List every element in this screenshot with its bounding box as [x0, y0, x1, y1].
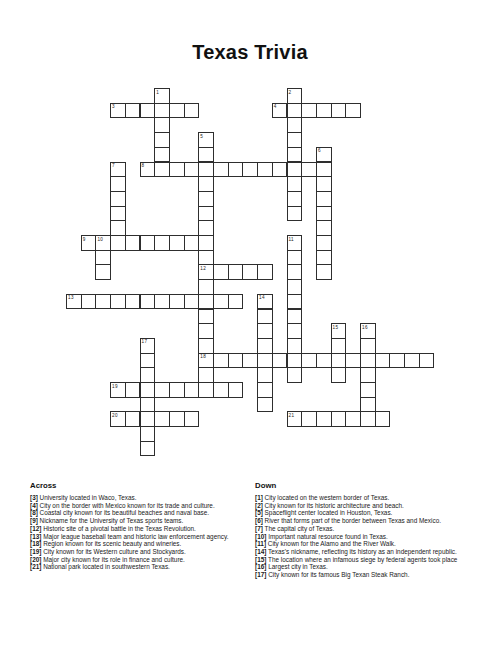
grid-cell[interactable]: 19 [110, 382, 126, 398]
grid-cell[interactable] [110, 191, 126, 207]
grid-cell[interactable] [287, 367, 303, 383]
down-clue-list: [1] City located on the western border o… [255, 494, 470, 579]
across-heading: Across [30, 482, 243, 490]
grid-cell[interactable] [198, 279, 214, 295]
grid-cell[interactable] [316, 176, 332, 192]
grid-cell[interactable] [345, 411, 361, 427]
grid-cell[interactable] [169, 103, 185, 119]
grid-cell[interactable] [154, 411, 170, 427]
grid-cell[interactable] [301, 162, 317, 178]
grid-cell[interactable]: 12 [198, 264, 214, 280]
clue-number: [15] [255, 556, 266, 563]
across-clues-section: Across [3] University located in Waco, T… [30, 482, 243, 571]
cell-number: 11 [289, 237, 295, 242]
grid-cell[interactable] [154, 132, 170, 148]
grid-cell[interactable] [198, 162, 214, 178]
grid-cell[interactable] [316, 103, 332, 119]
grid-cell[interactable] [360, 353, 376, 369]
grid-cell[interactable]: 7 [110, 162, 126, 178]
clue-number: [10] [255, 533, 266, 540]
clue: [10] Important natural resource found in… [255, 533, 470, 541]
grid-cell[interactable] [360, 382, 376, 398]
grid-cell[interactable] [198, 176, 214, 192]
grid-cell[interactable] [287, 103, 303, 119]
grid-cell[interactable] [301, 353, 317, 369]
grid-cell[interactable] [316, 162, 332, 178]
grid-cell[interactable] [213, 353, 229, 369]
clue: [21] National park located in southweste… [30, 563, 243, 571]
clue: [4] City on the border with Mexico known… [30, 502, 243, 510]
cell-number: 8 [142, 163, 145, 168]
grid-cell[interactable]: 10 [95, 235, 111, 251]
grid-cell[interactable] [154, 103, 170, 119]
grid-cell[interactable] [287, 132, 303, 148]
grid-cell[interactable] [154, 162, 170, 178]
grid-cell[interactable] [125, 294, 141, 310]
grid-cell[interactable]: 5 [198, 132, 214, 148]
clue: [8] Coastal city known for its beautiful… [30, 509, 243, 517]
cell-number: 21 [289, 413, 295, 418]
grid-cell[interactable] [287, 206, 303, 222]
grid-cell[interactable] [331, 338, 347, 354]
clue: [3] University located in Waco, Texas. [30, 494, 243, 502]
across-clue-list: [3] University located in Waco, Texas.[4… [30, 494, 243, 571]
grid-cell[interactable] [389, 353, 405, 369]
clue: [5] Spaceflight center located in Housto… [255, 509, 470, 517]
grid-cell[interactable] [375, 353, 391, 369]
grid-cell[interactable] [95, 250, 111, 266]
grid-cell[interactable] [125, 411, 141, 427]
clue-number: [14] [255, 548, 266, 555]
grid-cell[interactable] [198, 338, 214, 354]
grid-cell[interactable]: 18 [198, 353, 214, 369]
grid-cell[interactable] [287, 309, 303, 325]
grid-cell[interactable]: 6 [316, 147, 332, 163]
clue-number: [1] [255, 494, 263, 501]
grid-cell[interactable]: 4 [272, 103, 288, 119]
grid-cell[interactable] [257, 338, 273, 354]
grid-cell[interactable] [198, 220, 214, 236]
grid-cell[interactable] [169, 162, 185, 178]
grid-cell[interactable] [257, 264, 273, 280]
cell-number: 16 [362, 325, 368, 330]
grid-cell[interactable] [228, 294, 244, 310]
clue-number: [18] [30, 540, 41, 547]
grid-cell[interactable]: 16 [360, 323, 376, 339]
grid-cell[interactable] [331, 367, 347, 383]
grid-cell[interactable] [198, 235, 214, 251]
grid-cell[interactable] [81, 294, 97, 310]
clue-number: [4] [30, 502, 38, 509]
grid-cell[interactable] [257, 323, 273, 339]
grid-cell[interactable] [287, 294, 303, 310]
cell-number: 12 [200, 266, 206, 271]
clue: [17] City known for its famous Big Texan… [255, 571, 470, 579]
grid-cell[interactable] [228, 264, 244, 280]
cell-number: 13 [68, 295, 74, 300]
down-heading: Down [255, 482, 470, 490]
cell-number: 17 [142, 339, 148, 344]
grid-cell[interactable] [198, 323, 214, 339]
grid-cell[interactable] [169, 411, 185, 427]
grid-cell[interactable] [287, 162, 303, 178]
cell-number: 10 [97, 237, 103, 242]
grid-cell[interactable] [213, 382, 229, 398]
grid-cell[interactable] [184, 162, 200, 178]
grid-cell[interactable] [110, 220, 126, 236]
grid-cell[interactable] [242, 162, 258, 178]
grid-cell[interactable] [287, 353, 303, 369]
grid-cell[interactable] [316, 220, 332, 236]
grid-cell[interactable] [125, 103, 141, 119]
grid-cell[interactable] [140, 426, 156, 442]
clue-number: [5] [255, 509, 263, 516]
grid-cell[interactable] [301, 411, 317, 427]
grid-cell[interactable] [169, 382, 185, 398]
grid-cell[interactable] [228, 382, 244, 398]
grid-cell[interactable] [198, 250, 214, 266]
grid-cell[interactable] [360, 338, 376, 354]
clue-number: [6] [255, 517, 263, 524]
clue-number: [7] [255, 525, 263, 532]
grid-cell[interactable] [95, 264, 111, 280]
grid-cell[interactable] [198, 367, 214, 383]
grid-cell[interactable] [257, 309, 273, 325]
grid-cell[interactable] [316, 353, 332, 369]
cell-number: 18 [200, 354, 206, 359]
grid-cell[interactable] [198, 191, 214, 207]
grid-cell[interactable]: 9 [81, 235, 97, 251]
grid-cell[interactable] [198, 294, 214, 310]
clue-number: [16] [255, 563, 266, 570]
grid-cell[interactable] [140, 367, 156, 383]
grid-cell[interactable] [228, 162, 244, 178]
grid-cell[interactable] [345, 353, 361, 369]
grid-cell[interactable] [257, 382, 273, 398]
cell-number: 20 [112, 413, 118, 418]
grid-cell[interactable] [198, 382, 214, 398]
clue-number: [21] [30, 563, 41, 570]
grid-cell[interactable] [125, 235, 141, 251]
grid-cell[interactable] [316, 411, 332, 427]
cell-number: 6 [318, 148, 321, 153]
grid-cell[interactable]: 3 [110, 103, 126, 119]
grid-cell[interactable] [228, 353, 244, 369]
page: Texas Trivia 123456789101112131415161718… [0, 0, 500, 647]
grid-cell[interactable] [110, 176, 126, 192]
grid-cell[interactable]: 11 [287, 235, 303, 251]
grid-cell[interactable] [316, 235, 332, 251]
puzzle-title: Texas Trivia [0, 41, 500, 64]
grid-cell[interactable] [184, 294, 200, 310]
grid-cell[interactable] [257, 397, 273, 413]
grid-cell[interactable] [360, 411, 376, 427]
clue-number: [19] [30, 548, 41, 555]
grid-cell[interactable] [110, 206, 126, 222]
grid-cell[interactable] [95, 294, 111, 310]
clue: [11] City known for the Alamo and the Ri… [255, 540, 470, 548]
grid-cell[interactable] [198, 147, 214, 163]
grid-cell[interactable] [257, 353, 273, 369]
clue: [1] City located on the western border o… [255, 494, 470, 502]
grid-cell[interactable] [375, 411, 391, 427]
grid-cell[interactable] [213, 264, 229, 280]
grid-cell[interactable] [184, 235, 200, 251]
clue-number: [3] [30, 494, 38, 501]
clue: [18] Region known for its scenic beauty … [30, 540, 243, 548]
grid-cell[interactable]: 1 [154, 88, 170, 104]
grid-cell[interactable] [287, 147, 303, 163]
grid-cell[interactable] [140, 411, 156, 427]
grid-cell[interactable] [257, 162, 273, 178]
cell-number: 7 [112, 163, 115, 168]
clue: [6] River that forms part of the border … [255, 517, 470, 525]
cell-number: 1 [156, 90, 159, 95]
grid-cell[interactable] [198, 309, 214, 325]
grid-cell[interactable] [140, 235, 156, 251]
grid-cell[interactable] [287, 338, 303, 354]
clue-number: [12] [30, 525, 41, 532]
grid-cell[interactable] [154, 147, 170, 163]
grid-cell[interactable] [140, 353, 156, 369]
cell-number: 5 [200, 134, 203, 139]
grid-cell[interactable] [287, 117, 303, 133]
clue-number: [20] [30, 556, 41, 563]
clue: [9] Nickname for the University of Texas… [30, 517, 243, 525]
grid-cell[interactable] [360, 397, 376, 413]
grid-cell[interactable] [404, 353, 420, 369]
clue: [20] Major city known for its role in fi… [30, 556, 243, 564]
grid-cell[interactable] [287, 323, 303, 339]
grid-cell[interactable] [316, 250, 332, 266]
grid-cell[interactable]: 15 [331, 323, 347, 339]
cell-number: 3 [112, 104, 115, 109]
grid-cell[interactable] [184, 103, 200, 119]
clue-number: [9] [30, 517, 38, 524]
grid-cell[interactable] [316, 264, 332, 280]
grid-cell[interactable] [169, 235, 185, 251]
cell-number: 19 [112, 384, 118, 389]
clue-number: [2] [255, 502, 263, 509]
clue-number: [8] [30, 509, 38, 516]
grid-cell[interactable] [242, 264, 258, 280]
grid-cell[interactable] [301, 103, 317, 119]
clue: [13] Major league baseball team and hist… [30, 533, 243, 541]
grid-cell[interactable]: 17 [140, 338, 156, 354]
grid-cell[interactable]: 21 [287, 411, 303, 427]
cell-number: 9 [83, 237, 86, 242]
grid-cell[interactable] [198, 206, 214, 222]
clue: [14] Texas's nickname, reflecting its hi… [255, 548, 470, 556]
grid-cell[interactable] [242, 353, 258, 369]
grid-cell[interactable] [331, 353, 347, 369]
grid-cell[interactable] [140, 441, 156, 457]
grid-cell[interactable] [331, 411, 347, 427]
clue-number: [17] [255, 571, 266, 578]
clue-number: [11] [255, 540, 266, 547]
grid-cell[interactable] [154, 382, 170, 398]
clue: [19] City known for its Western culture … [30, 548, 243, 556]
grid-cell[interactable] [154, 235, 170, 251]
grid-cell[interactable] [140, 397, 156, 413]
grid-cell[interactable] [272, 162, 288, 178]
clue: [7] The capital city of Texas. [255, 525, 470, 533]
grid-cell[interactable] [287, 264, 303, 280]
grid-cell[interactable] [110, 235, 126, 251]
grid-cell[interactable] [287, 176, 303, 192]
grid-cell[interactable] [287, 191, 303, 207]
clue: [12] Historic site of a pivotal battle i… [30, 525, 243, 533]
clue: [2] City known for its historic architec… [255, 502, 470, 510]
clue: [15] The location where an infamous sieg… [255, 556, 470, 564]
grid-cell[interactable] [345, 103, 361, 119]
grid-cell[interactable] [316, 191, 332, 207]
down-clues-section: Down [1] City located on the western bor… [255, 482, 470, 579]
grid-cell[interactable] [140, 382, 156, 398]
clue-number: [13] [30, 533, 41, 540]
grid-cell[interactable]: 14 [257, 294, 273, 310]
grid-cell[interactable] [419, 353, 435, 369]
grid-cell[interactable] [360, 367, 376, 383]
grid-cell[interactable] [213, 294, 229, 310]
grid-cell[interactable] [272, 353, 288, 369]
grid-cell[interactable] [184, 411, 200, 427]
clue: [16] Largest city in Texas. [255, 563, 470, 571]
grid-cell[interactable] [287, 250, 303, 266]
grid-cell[interactable] [154, 294, 170, 310]
grid-cell[interactable] [140, 294, 156, 310]
grid-cell[interactable]: 20 [110, 411, 126, 427]
grid-cell[interactable]: 13 [66, 294, 82, 310]
grid-cell[interactable] [140, 103, 156, 119]
grid-cell[interactable] [287, 279, 303, 295]
grid-cell[interactable] [213, 162, 229, 178]
grid-cell[interactable] [184, 382, 200, 398]
grid-cell[interactable] [110, 294, 126, 310]
grid-cell[interactable]: 2 [287, 88, 303, 104]
grid-cell[interactable] [125, 382, 141, 398]
grid-cell[interactable] [331, 103, 347, 119]
cell-number: 14 [259, 295, 265, 300]
cell-number: 15 [333, 325, 339, 330]
grid-cell[interactable] [257, 367, 273, 383]
grid-cell[interactable] [169, 294, 185, 310]
cell-number: 4 [274, 104, 277, 109]
grid-cell[interactable] [316, 206, 332, 222]
cell-number: 2 [289, 90, 292, 95]
grid-cell[interactable] [154, 117, 170, 133]
grid-cell[interactable]: 8 [140, 162, 156, 178]
crossword-board: 123456789101112131415161718192021 [66, 88, 435, 457]
